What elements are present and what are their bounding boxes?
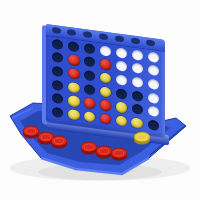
tray-disc-red[interactable] [23,126,39,139]
tray-disc-red[interactable] [81,142,97,155]
tray-disc-red[interactable] [51,136,67,149]
connect-four-photo [0,0,200,200]
tray-disc-red[interactable] [96,146,112,159]
tray-discs [0,0,200,200]
tray-disc-yellow[interactable] [134,132,150,145]
tray-disc-red[interactable] [111,148,127,161]
